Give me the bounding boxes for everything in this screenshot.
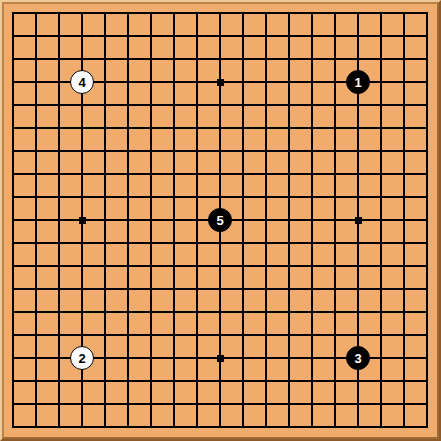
grid-line-horizontal xyxy=(12,242,428,244)
go-board-frame-inner: 12345 xyxy=(2,2,439,439)
star-point xyxy=(217,355,224,362)
grid-line-horizontal xyxy=(12,403,428,405)
grid-line-horizontal xyxy=(12,265,428,267)
go-board[interactable]: 12345 xyxy=(4,4,437,437)
grid-line-vertical xyxy=(242,12,244,428)
stone-black-3[interactable]: 3 xyxy=(346,346,370,370)
grid-line-horizontal xyxy=(12,311,428,313)
star-point xyxy=(217,79,224,86)
grid-line-vertical xyxy=(311,12,313,428)
grid-line-horizontal xyxy=(12,380,428,382)
grid-line-vertical xyxy=(334,12,336,428)
grid-line-vertical xyxy=(265,12,267,428)
grid-line-vertical xyxy=(380,12,382,428)
grid-line-vertical xyxy=(288,12,290,428)
star-point xyxy=(79,217,86,224)
stone-white-4[interactable]: 4 xyxy=(70,70,94,94)
grid-line-horizontal xyxy=(12,334,428,336)
go-board-frame: 12345 xyxy=(0,0,441,441)
grid-line-vertical xyxy=(426,12,428,428)
grid-line-horizontal xyxy=(12,288,428,290)
grid-line-horizontal xyxy=(12,426,428,428)
stone-black-1[interactable]: 1 xyxy=(346,70,370,94)
star-point xyxy=(355,217,362,224)
grid-line-vertical xyxy=(403,12,405,428)
stone-white-2[interactable]: 2 xyxy=(70,346,94,370)
stone-black-5[interactable]: 5 xyxy=(208,208,232,232)
